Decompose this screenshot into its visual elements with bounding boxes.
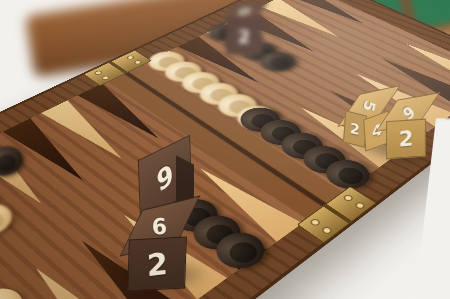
die-pip-number: 5 [234,5,255,17]
die-pip-number: 2 [238,26,251,47]
die-pip-number: 6 [151,213,168,239]
checker-glyph: ● [0,147,20,175]
die-pip-number: 6 [155,156,176,197]
die-pip-number: 5 [359,99,379,114]
die-pip-number: 2 [146,245,168,282]
die-pip-number: 2 [350,120,361,138]
die-pip-number: 2 [399,126,414,151]
backgammon-photo-scene: ●●●● ●●●●●●● ●●●●●●●●●● ●●●●● ● 6 6 [0,0,450,299]
brass-hinge-near [297,186,377,244]
